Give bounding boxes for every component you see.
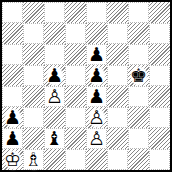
square-f8[interactable] (107, 2, 128, 23)
square-f7[interactable] (107, 23, 128, 44)
square-b7[interactable] (23, 23, 44, 44)
square-g4[interactable] (128, 86, 149, 107)
square-e5[interactable]: ♟ (86, 65, 107, 86)
square-c7[interactable] (44, 23, 65, 44)
black-pawn-e4[interactable]: ♟ (86, 86, 107, 107)
square-g2[interactable] (128, 128, 149, 149)
square-e1[interactable] (86, 149, 107, 170)
square-b5[interactable] (23, 65, 44, 86)
white-king-a1[interactable]: ♔ (2, 149, 23, 170)
square-e2[interactable]: ♙ (86, 128, 107, 149)
square-g1[interactable] (128, 149, 149, 170)
square-a4[interactable] (2, 86, 23, 107)
board-frame: ♟♟♟♚♙♟♟♙♟♝♙♔♗ (0, 0, 172, 172)
square-h6[interactable] (149, 44, 170, 65)
square-h7[interactable] (149, 23, 170, 44)
square-d8[interactable] (65, 2, 86, 23)
square-c3[interactable] (44, 107, 65, 128)
square-e3[interactable]: ♙ (86, 107, 107, 128)
square-d7[interactable] (65, 23, 86, 44)
square-d6[interactable] (65, 44, 86, 65)
black-pawn-e6[interactable]: ♟ (86, 44, 107, 65)
black-pawn-a2[interactable]: ♟ (2, 128, 23, 149)
square-h4[interactable] (149, 86, 170, 107)
black-pawn-e5[interactable]: ♟ (86, 65, 107, 86)
white-pawn-c4[interactable]: ♙ (44, 86, 65, 107)
white-bishop-b1[interactable]: ♗ (23, 149, 44, 170)
square-h5[interactable] (149, 65, 170, 86)
square-c6[interactable] (44, 44, 65, 65)
square-g8[interactable] (128, 2, 149, 23)
square-f3[interactable] (107, 107, 128, 128)
square-h8[interactable] (149, 2, 170, 23)
black-pawn-c5[interactable]: ♟ (44, 65, 65, 86)
square-a1[interactable]: ♔ (2, 149, 23, 170)
black-pawn-a3[interactable]: ♟ (2, 107, 23, 128)
square-c2[interactable]: ♝ (44, 128, 65, 149)
square-e8[interactable] (86, 2, 107, 23)
square-a5[interactable] (2, 65, 23, 86)
square-c1[interactable] (44, 149, 65, 170)
square-b4[interactable] (23, 86, 44, 107)
square-f6[interactable] (107, 44, 128, 65)
square-a8[interactable] (2, 2, 23, 23)
square-h3[interactable] (149, 107, 170, 128)
square-b6[interactable] (23, 44, 44, 65)
square-d4[interactable] (65, 86, 86, 107)
square-d1[interactable] (65, 149, 86, 170)
square-f5[interactable] (107, 65, 128, 86)
square-b2[interactable] (23, 128, 44, 149)
square-h2[interactable] (149, 128, 170, 149)
square-b3[interactable] (23, 107, 44, 128)
square-e6[interactable]: ♟ (86, 44, 107, 65)
chess-board: ♟♟♟♚♙♟♟♙♟♝♙♔♗ (2, 2, 170, 170)
black-king-g5[interactable]: ♚ (128, 65, 149, 86)
square-c8[interactable] (44, 2, 65, 23)
square-b1[interactable]: ♗ (23, 149, 44, 170)
square-g6[interactable] (128, 44, 149, 65)
square-e7[interactable] (86, 23, 107, 44)
square-h1[interactable] (149, 149, 170, 170)
square-a2[interactable]: ♟ (2, 128, 23, 149)
square-d5[interactable] (65, 65, 86, 86)
square-d2[interactable] (65, 128, 86, 149)
square-g3[interactable] (128, 107, 149, 128)
square-c5[interactable]: ♟ (44, 65, 65, 86)
square-c4[interactable]: ♙ (44, 86, 65, 107)
square-b8[interactable] (23, 2, 44, 23)
white-pawn-e2[interactable]: ♙ (86, 128, 107, 149)
square-a6[interactable] (2, 44, 23, 65)
square-e4[interactable]: ♟ (86, 86, 107, 107)
square-d3[interactable] (65, 107, 86, 128)
black-bishop-c2[interactable]: ♝ (44, 128, 65, 149)
square-g5[interactable]: ♚ (128, 65, 149, 86)
square-f4[interactable] (107, 86, 128, 107)
square-f1[interactable] (107, 149, 128, 170)
white-pawn-e3[interactable]: ♙ (86, 107, 107, 128)
square-g7[interactable] (128, 23, 149, 44)
square-f2[interactable] (107, 128, 128, 149)
square-a3[interactable]: ♟ (2, 107, 23, 128)
square-a7[interactable] (2, 23, 23, 44)
